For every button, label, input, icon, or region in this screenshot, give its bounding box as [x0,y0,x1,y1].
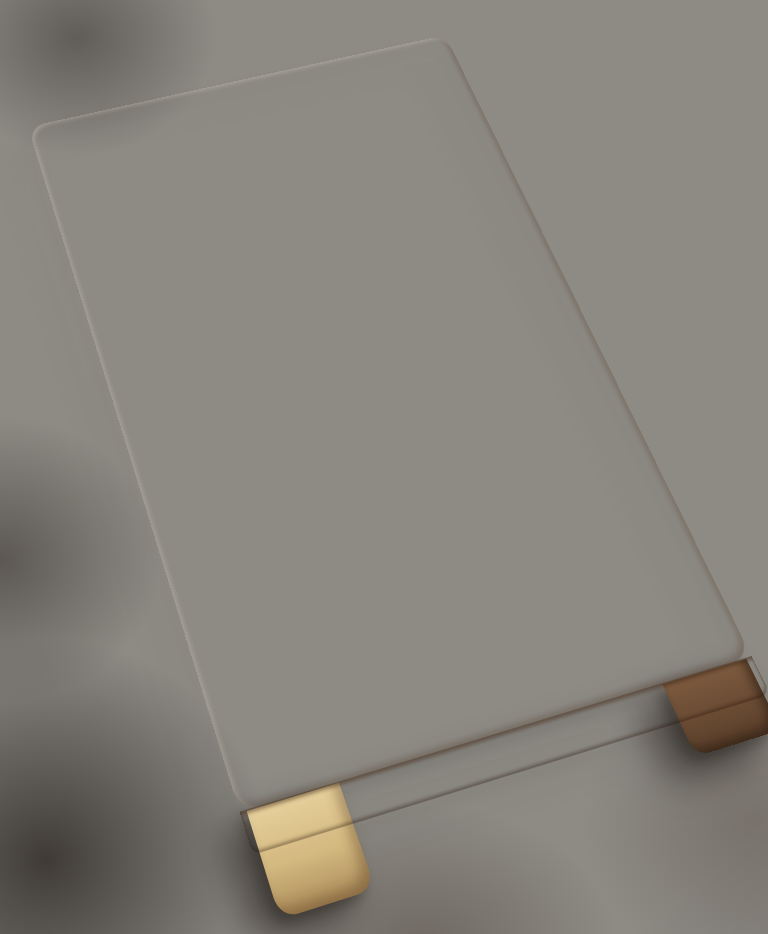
scene-photo [0,0,768,934]
cutting-board-shadow-wrap [0,0,768,934]
cutting-board [28,35,752,813]
